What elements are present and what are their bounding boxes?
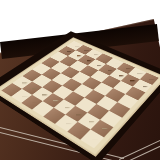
piece-white-rook: ♜ xyxy=(75,122,109,141)
piece-black-pawn: ♟ xyxy=(128,74,156,88)
chess-set-photo: ♜♞♝♛♚♝♞♜♟♟♟♟♟♟♟♟♟♟♟♟♟♟♟♟♜♞♝♛♚♝♞♜ xyxy=(0,0,160,160)
